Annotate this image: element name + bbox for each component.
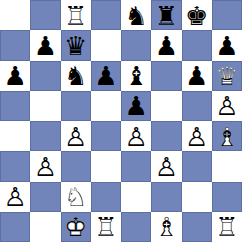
- piece-white-pawn[interactable]: ♟♙: [121, 121, 151, 151]
- square-e5[interactable]: ♟: [121, 91, 151, 121]
- piece-white-king[interactable]: ♚♔: [61, 212, 91, 242]
- piece-black-bishop[interactable]: ♝: [121, 61, 151, 91]
- piece-black-rook[interactable]: ♜: [151, 0, 181, 30]
- square-g6[interactable]: ♟: [182, 61, 212, 91]
- square-b4[interactable]: [30, 121, 60, 151]
- square-g1[interactable]: [182, 212, 212, 242]
- square-c1[interactable]: ♚♔: [61, 212, 91, 242]
- square-a2[interactable]: ♟♙: [0, 182, 30, 212]
- square-f4[interactable]: [151, 121, 181, 151]
- piece-white-pawn[interactable]: ♟♙: [61, 121, 91, 151]
- square-c5[interactable]: [61, 91, 91, 121]
- square-d8[interactable]: [91, 0, 121, 30]
- square-d6[interactable]: ♟: [91, 61, 121, 91]
- square-d7[interactable]: [91, 30, 121, 60]
- piece-white-rook[interactable]: ♜♖: [212, 212, 242, 242]
- square-c2[interactable]: ♞♘: [61, 182, 91, 212]
- piece-black-pawn[interactable]: ♟: [121, 91, 151, 121]
- square-g4[interactable]: ♟♙: [182, 121, 212, 151]
- square-b3[interactable]: ♟♙: [30, 151, 60, 181]
- square-g8[interactable]: ♚: [182, 0, 212, 30]
- square-d2[interactable]: [91, 182, 121, 212]
- square-a3[interactable]: [0, 151, 30, 181]
- square-d3[interactable]: [91, 151, 121, 181]
- square-h7[interactable]: ♟: [212, 30, 242, 60]
- square-f1[interactable]: ♝♗: [151, 212, 181, 242]
- square-b2[interactable]: [30, 182, 60, 212]
- square-c6[interactable]: ♞: [61, 61, 91, 91]
- square-h8[interactable]: [212, 0, 242, 30]
- square-b6[interactable]: [30, 61, 60, 91]
- piece-white-pawn[interactable]: ♟♙: [182, 121, 212, 151]
- square-h5[interactable]: ♟♙: [212, 91, 242, 121]
- square-e7[interactable]: [121, 30, 151, 60]
- square-e1[interactable]: [121, 212, 151, 242]
- square-a5[interactable]: [0, 91, 30, 121]
- piece-white-bishop[interactable]: ♝♗: [151, 212, 181, 242]
- square-f7[interactable]: ♟: [151, 30, 181, 60]
- square-d1[interactable]: ♜♖: [91, 212, 121, 242]
- piece-black-knight[interactable]: ♞: [121, 0, 151, 30]
- square-b5[interactable]: [30, 91, 60, 121]
- square-c4[interactable]: ♟♙: [61, 121, 91, 151]
- square-g2[interactable]: [182, 182, 212, 212]
- piece-black-king[interactable]: ♚: [182, 0, 212, 30]
- piece-white-rook[interactable]: ♜♖: [61, 0, 91, 30]
- square-b1[interactable]: [30, 212, 60, 242]
- square-h1[interactable]: ♜♖: [212, 212, 242, 242]
- piece-white-knight[interactable]: ♞♘: [61, 182, 91, 212]
- square-h3[interactable]: [212, 151, 242, 181]
- piece-white-rook[interactable]: ♜♖: [91, 212, 121, 242]
- piece-white-pawn[interactable]: ♟♙: [30, 151, 60, 181]
- square-c7[interactable]: ♛: [61, 30, 91, 60]
- square-d4[interactable]: [91, 121, 121, 151]
- piece-white-queen[interactable]: ♛♕: [212, 61, 242, 91]
- square-e8[interactable]: ♞: [121, 0, 151, 30]
- piece-black-queen[interactable]: ♛: [61, 30, 91, 60]
- square-f8[interactable]: ♜: [151, 0, 181, 30]
- square-e3[interactable]: [121, 151, 151, 181]
- piece-white-pawn[interactable]: ♟♙: [0, 182, 30, 212]
- piece-white-pawn[interactable]: ♟♙: [151, 151, 181, 181]
- square-f2[interactable]: [151, 182, 181, 212]
- piece-black-pawn[interactable]: ♟: [91, 61, 121, 91]
- piece-black-pawn[interactable]: ♟: [151, 30, 181, 60]
- chess-board: ♜♖♞♜♚♟♛♟♟♟♞♟♝♟♛♕♟♟♙♟♙♟♙♟♙♝♗♟♙♟♙♟♙♞♘♚♔♜♖♝…: [0, 0, 242, 242]
- square-h2[interactable]: [212, 182, 242, 212]
- square-e2[interactable]: [121, 182, 151, 212]
- square-a6[interactable]: ♟: [0, 61, 30, 91]
- square-g3[interactable]: [182, 151, 212, 181]
- square-f3[interactable]: ♟♙: [151, 151, 181, 181]
- square-e4[interactable]: ♟♙: [121, 121, 151, 151]
- piece-black-pawn[interactable]: ♟: [30, 30, 60, 60]
- piece-black-pawn[interactable]: ♟: [212, 30, 242, 60]
- square-h6[interactable]: ♛♕: [212, 61, 242, 91]
- piece-black-pawn[interactable]: ♟: [0, 61, 30, 91]
- square-g7[interactable]: [182, 30, 212, 60]
- square-a7[interactable]: [0, 30, 30, 60]
- square-a8[interactable]: [0, 0, 30, 30]
- piece-white-bishop[interactable]: ♝♗: [212, 121, 242, 151]
- piece-white-pawn[interactable]: ♟♙: [212, 91, 242, 121]
- square-f5[interactable]: [151, 91, 181, 121]
- piece-black-pawn[interactable]: ♟: [182, 61, 212, 91]
- square-h4[interactable]: ♝♗: [212, 121, 242, 151]
- piece-black-knight[interactable]: ♞: [61, 61, 91, 91]
- square-a1[interactable]: [0, 212, 30, 242]
- square-b7[interactable]: ♟: [30, 30, 60, 60]
- square-c8[interactable]: ♜♖: [61, 0, 91, 30]
- square-f6[interactable]: [151, 61, 181, 91]
- square-g5[interactable]: [182, 91, 212, 121]
- square-b8[interactable]: [30, 0, 60, 30]
- square-c3[interactable]: [61, 151, 91, 181]
- square-e6[interactable]: ♝: [121, 61, 151, 91]
- square-a4[interactable]: [0, 121, 30, 151]
- square-d5[interactable]: [91, 91, 121, 121]
